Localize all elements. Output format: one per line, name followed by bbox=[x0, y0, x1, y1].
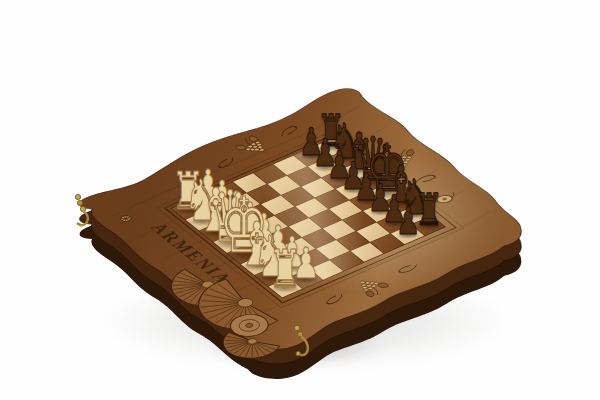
board-plane: ARMENIA bbox=[85, 90, 530, 350]
product-photo-scene: ARMENIA ♜♞♝♛♚♝♞♜♟♟♟♟♟♟♟♟♟♟♟♟♟♟♟♟♜♞♝♛♚♝♞♜ bbox=[0, 0, 600, 400]
